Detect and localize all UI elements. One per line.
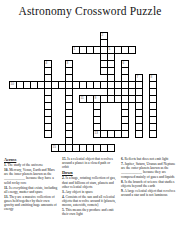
cell-number: 1 [74,48,76,51]
clue-down-5: 5. This means they produce and emit thei… [62,208,117,216]
cell-number: 3 [67,62,69,65]
cell-number: 2 [102,34,104,37]
clue-across-15: 15. Is a celestial object that revolves … [62,157,117,169]
page-title: Astronomy Crossword Puzzle [0,5,180,17]
cell-number: 15 [53,146,56,149]
cell-number: 11 [81,97,84,100]
clue-number: 8. [121,180,124,184]
clue-down-7: 7. Jupiter, Saturn, Uranus and Neptune a… [121,162,177,179]
grid-cell[interactable] [107,144,115,152]
clue-number: 6. [121,157,124,161]
clue-down-6: 6. Reflects but does not emit light [121,157,177,161]
grid-cell[interactable] [121,130,129,138]
down-header: Down [62,170,117,175]
clue-down-4: 4. Consists of the sun and all celestial… [62,195,117,207]
cell-number: 4 [46,62,48,65]
cell-number: 7 [137,76,139,79]
clue-number: 7. [121,162,124,166]
cell-number: 5 [109,48,111,51]
cell-number: 13 [95,132,98,135]
crossword-grid: 21543678101191315 [9,32,157,152]
clue-number: 10. [4,168,8,172]
clue-across-10: 10. Mercury, Venus, Earth and Mars are t… [4,168,58,185]
clue-down-8: 8. Is the branch of science that studies… [121,180,177,188]
clue-number: 15. [62,157,66,161]
clue-column-left: Across1. The study of the universe10. Me… [4,157,58,212]
grid-cell[interactable] [44,130,52,138]
across-header: Across [4,157,58,162]
clue-number: 5. [62,208,65,212]
clue-down-9: 9. A large celestial object that revolve… [121,189,177,197]
clue-across-1: 1. The study of the universe [4,163,58,167]
clue-number: 2. [62,176,65,180]
clue-column-right: 6. Reflects but does not emit light7. Ju… [121,157,177,198]
crossword-worksheet: { "game": "crossword", "title": "Astrono… [0,0,180,234]
clue-number: 11. [4,186,8,190]
grid-cell[interactable] [128,46,136,54]
clue-column-middle: 15. Is a celestial object that revolves … [62,157,117,218]
clue-down-2: 2. Is a huge, rotating collection of gas… [62,176,117,188]
cell-number: 8 [151,76,153,79]
grid-cell[interactable] [149,130,157,138]
clue-number: 1. [4,163,7,167]
clue-number: 9. [121,189,124,193]
clue-number: 13. [4,195,8,199]
clue-number: 3. [62,190,65,194]
grid-cell[interactable] [135,130,143,138]
clue-down-3: 3. Any object in space [62,190,117,194]
clue-number: 4. [62,195,65,199]
cell-number: 9 [95,97,97,100]
cell-number: 6 [123,62,125,65]
clue-across-11: 11. Is everything that exists, including… [4,186,58,194]
cell-number: 10 [11,83,14,86]
clue-across-13: 13. They are a massive collection of gas… [4,195,58,212]
